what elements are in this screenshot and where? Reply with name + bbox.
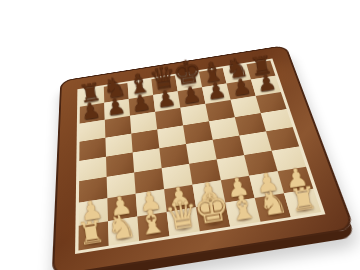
square-h1: ♜ bbox=[284, 189, 321, 217]
square-h4 bbox=[266, 127, 299, 151]
board-rotation-wrapper: ♜♞♝♛♚♝♞♜♟♟♟♟♟♟♟♟♟♟♟♟♟♟♟♟♜♞♝♛♚♝♞♜ bbox=[36, 0, 336, 270]
square-e4 bbox=[186, 140, 217, 164]
photo-backdrop: ♜♞♝♛♚♝♞♜♟♟♟♟♟♟♟♟♟♟♟♟♟♟♟♟♜♞♝♛♚♝♞♜ bbox=[0, 0, 360, 270]
square-c5 bbox=[131, 129, 159, 152]
square-h5 bbox=[261, 109, 293, 131]
board-frame: ♜♞♝♛♚♝♞♜♟♟♟♟♟♟♟♟♟♟♟♟♟♟♟♟♜♞♝♛♚♝♞♜ bbox=[52, 45, 355, 270]
square-b5 bbox=[105, 134, 132, 157]
chess-board: ♜♞♝♛♚♝♞♜♟♟♟♟♟♟♟♟♟♟♟♟♟♟♟♟♜♞♝♛♚♝♞♜ bbox=[52, 45, 355, 270]
board-grid: ♜♞♝♛♚♝♞♜♟♟♟♟♟♟♟♟♟♟♟♟♟♟♟♟♜♞♝♛♚♝♞♜ bbox=[75, 58, 325, 253]
square-a4 bbox=[79, 157, 106, 182]
square-a5 bbox=[79, 138, 106, 161]
